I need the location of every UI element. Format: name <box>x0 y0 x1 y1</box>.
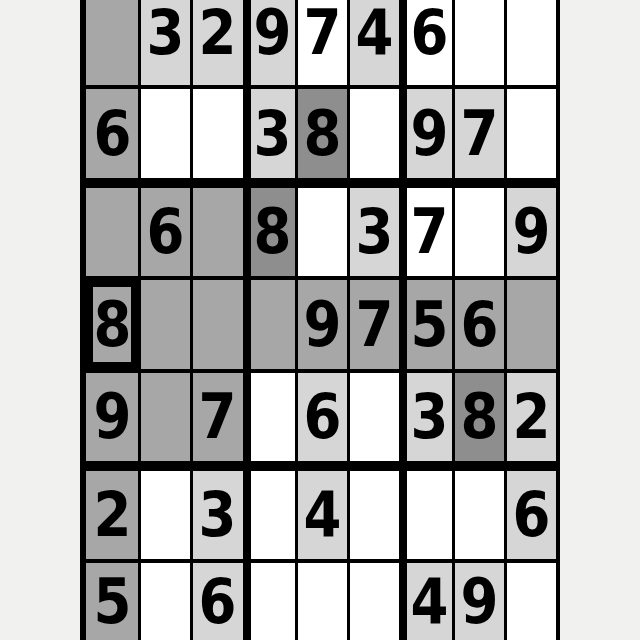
cell-r2c1[interactable]: 6 <box>86 85 138 178</box>
cell-digit: 2 <box>93 484 131 546</box>
cell-r6c9[interactable]: 6 <box>504 461 556 559</box>
cell-r1c9[interactable] <box>504 0 556 85</box>
cell-r3c6[interactable]: 3 <box>347 178 399 276</box>
cell-digit: 6 <box>304 386 342 448</box>
cell-r7c6[interactable] <box>347 559 399 640</box>
page-background: 32974663897683798975697638223465649 <box>0 0 640 640</box>
cell-digit: 9 <box>304 294 342 356</box>
sudoku-board: 32974663897683798975697638223465649 <box>80 0 560 640</box>
cell-r6c5[interactable]: 4 <box>295 461 347 559</box>
cell-r5c3[interactable]: 7 <box>190 369 242 461</box>
cell-r4c3[interactable] <box>190 276 242 369</box>
cell-r4c4[interactable] <box>243 276 295 369</box>
cell-r1c1[interactable] <box>86 0 138 85</box>
cell-r1c8[interactable] <box>452 0 504 85</box>
cell-digit: 2 <box>512 386 550 448</box>
cell-digit: 6 <box>147 201 185 263</box>
cell-r4c5[interactable]: 9 <box>295 276 347 369</box>
cell-r2c8[interactable]: 7 <box>452 85 504 178</box>
cell-r2c7[interactable]: 9 <box>399 85 451 178</box>
cell-r1c2[interactable]: 3 <box>138 0 190 85</box>
cell-r5c8[interactable]: 8 <box>452 369 504 461</box>
cell-digit: 6 <box>410 0 448 66</box>
cell-digit: 9 <box>93 386 131 448</box>
cell-digit: 8 <box>460 386 498 448</box>
cell-r2c5[interactable]: 8 <box>295 85 347 178</box>
cell-r7c7[interactable]: 4 <box>399 559 451 640</box>
cell-digit: 4 <box>356 0 394 66</box>
cell-digit: 6 <box>93 103 131 165</box>
cell-r5c4[interactable] <box>243 369 295 461</box>
cell-r4c7[interactable]: 5 <box>399 276 451 369</box>
cell-digit: 4 <box>304 484 342 546</box>
cell-r1c5[interactable]: 7 <box>295 0 347 85</box>
cell-r3c4[interactable]: 8 <box>243 178 295 276</box>
cell-digit: 7 <box>199 386 237 448</box>
cell-r4c2[interactable] <box>138 276 190 369</box>
cell-r5c5[interactable]: 6 <box>295 369 347 461</box>
cell-digit: 8 <box>93 294 131 356</box>
cell-digit: 8 <box>304 103 342 165</box>
cell-digit: 6 <box>199 571 237 633</box>
cell-digit: 6 <box>512 484 550 546</box>
cell-digit: 9 <box>410 103 448 165</box>
cell-r5c1[interactable]: 9 <box>86 369 138 461</box>
cell-digit: 9 <box>254 0 292 66</box>
cell-r3c2[interactable]: 6 <box>138 178 190 276</box>
cell-r1c3[interactable]: 2 <box>190 0 242 85</box>
cell-digit: 5 <box>410 294 448 356</box>
cell-digit: 7 <box>356 294 394 356</box>
cell-r2c2[interactable] <box>138 85 190 178</box>
cell-r7c2[interactable] <box>138 559 190 640</box>
cell-r3c3[interactable] <box>190 178 242 276</box>
cell-r3c7[interactable]: 7 <box>399 178 451 276</box>
cell-r4c6[interactable]: 7 <box>347 276 399 369</box>
cell-r3c9[interactable]: 9 <box>504 178 556 276</box>
cell-digit: 3 <box>199 484 237 546</box>
cell-r7c3[interactable]: 6 <box>190 559 242 640</box>
cell-r5c2[interactable] <box>138 369 190 461</box>
cell-r2c4[interactable]: 3 <box>243 85 295 178</box>
cell-r5c6[interactable] <box>347 369 399 461</box>
cell-digit: 3 <box>147 0 185 66</box>
cell-r2c9[interactable] <box>504 85 556 178</box>
cell-r1c6[interactable]: 4 <box>347 0 399 85</box>
cell-r1c4[interactable]: 9 <box>243 0 295 85</box>
cell-r6c6[interactable] <box>347 461 399 559</box>
cell-r5c9[interactable]: 2 <box>504 369 556 461</box>
cell-r7c9[interactable] <box>504 559 556 640</box>
cell-digit: 5 <box>93 571 131 633</box>
cell-digit: 7 <box>410 201 448 263</box>
cell-digit: 2 <box>199 0 237 66</box>
cell-r1c7[interactable]: 6 <box>399 0 451 85</box>
cell-r4c9[interactable] <box>504 276 556 369</box>
cell-r6c7[interactable] <box>399 461 451 559</box>
cell-r4c8[interactable]: 6 <box>452 276 504 369</box>
cell-digit: 3 <box>356 201 394 263</box>
cell-r7c5[interactable] <box>295 559 347 640</box>
cell-digit: 3 <box>254 103 292 165</box>
cell-r6c2[interactable] <box>138 461 190 559</box>
cell-r7c4[interactable] <box>243 559 295 640</box>
cell-digit: 8 <box>254 201 292 263</box>
cell-digit: 3 <box>410 386 448 448</box>
cell-r7c8[interactable]: 9 <box>452 559 504 640</box>
cell-r2c6[interactable] <box>347 85 399 178</box>
cell-digit: 9 <box>512 201 550 263</box>
cell-digit: 7 <box>304 0 342 66</box>
cell-r7c1[interactable]: 5 <box>86 559 138 640</box>
cell-r6c3[interactable]: 3 <box>190 461 242 559</box>
cell-r3c5[interactable] <box>295 178 347 276</box>
cell-digit: 4 <box>410 571 448 633</box>
selected-cell[interactable]: 8 <box>86 276 138 369</box>
cell-r2c3[interactable] <box>190 85 242 178</box>
cell-digit: 9 <box>460 571 498 633</box>
cell-r3c8[interactable] <box>452 178 504 276</box>
cell-r6c8[interactable] <box>452 461 504 559</box>
cell-digit: 6 <box>460 294 498 356</box>
cell-r3c1[interactable] <box>86 178 138 276</box>
cell-digit: 7 <box>460 103 498 165</box>
cell-r5c7[interactable]: 3 <box>399 369 451 461</box>
cell-r6c1[interactable]: 2 <box>86 461 138 559</box>
cell-r6c4[interactable] <box>243 461 295 559</box>
